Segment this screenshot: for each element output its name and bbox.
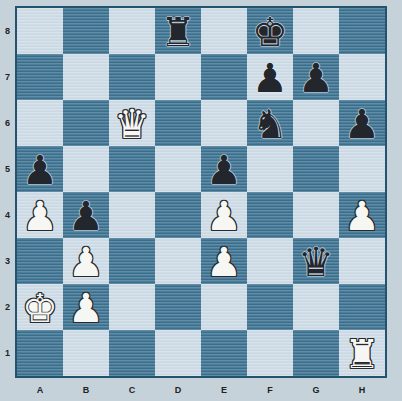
square-e7[interactable] [201,54,247,100]
square-h3[interactable] [339,238,385,284]
white-pawn: ♟ [344,196,380,236]
square-c3[interactable] [109,238,155,284]
file-label-d: D [155,380,201,400]
white-pawn: ♟ [206,196,242,236]
square-b2[interactable]: ♟ [63,284,109,330]
file-label-b: B [63,380,109,400]
rank-label-2: 2 [0,284,15,330]
rank-label-8: 8 [0,8,15,54]
square-h7[interactable] [339,54,385,100]
square-a4[interactable]: ♟ [17,192,63,238]
square-f5[interactable] [247,146,293,192]
white-pawn: ♟ [22,196,58,236]
black-pawn: ♟ [206,150,242,190]
square-e4[interactable]: ♟ [201,192,247,238]
white-king: ♚ [22,288,58,328]
rank-label-6: 6 [0,100,15,146]
file-label-c: C [109,380,155,400]
black-pawn: ♟ [68,196,104,236]
rank-label-1: 1 [0,330,15,376]
square-g3[interactable]: ♛ [293,238,339,284]
file-label-g: G [293,380,339,400]
file-label-h: H [339,380,385,400]
chess-board: ♜♚♟♟♛♞♟♟♟♟♟♟♟♟♟♛♚♟♜ [17,8,385,376]
square-c6[interactable]: ♛ [109,100,155,146]
square-d3[interactable] [155,238,201,284]
square-g6[interactable] [293,100,339,146]
square-e2[interactable] [201,284,247,330]
square-c7[interactable] [109,54,155,100]
square-a1[interactable] [17,330,63,376]
rank-label-5: 5 [0,146,15,192]
square-g8[interactable] [293,8,339,54]
square-c2[interactable] [109,284,155,330]
chess-diagram: 87654321 ♜♚♟♟♛♞♟♟♟♟♟♟♟♟♟♛♚♟♜ ABCDEFGH [0,0,402,401]
square-b8[interactable] [63,8,109,54]
square-e3[interactable]: ♟ [201,238,247,284]
square-b4[interactable]: ♟ [63,192,109,238]
square-d2[interactable] [155,284,201,330]
square-g5[interactable] [293,146,339,192]
square-a3[interactable] [17,238,63,284]
square-f3[interactable] [247,238,293,284]
square-f4[interactable] [247,192,293,238]
black-pawn: ♟ [22,150,58,190]
square-h5[interactable] [339,146,385,192]
black-king: ♚ [252,12,288,52]
square-f7[interactable]: ♟ [247,54,293,100]
square-f1[interactable] [247,330,293,376]
square-e8[interactable] [201,8,247,54]
black-queen: ♛ [298,242,334,282]
square-d5[interactable] [155,146,201,192]
black-pawn: ♟ [298,58,334,98]
square-c5[interactable] [109,146,155,192]
square-h6[interactable]: ♟ [339,100,385,146]
square-h4[interactable]: ♟ [339,192,385,238]
square-h8[interactable] [339,8,385,54]
square-d8[interactable]: ♜ [155,8,201,54]
square-h2[interactable] [339,284,385,330]
black-rook: ♜ [160,12,196,52]
square-h1[interactable]: ♜ [339,330,385,376]
square-a7[interactable] [17,54,63,100]
white-rook: ♜ [344,334,380,374]
file-labels: ABCDEFGH [17,380,385,400]
square-a5[interactable]: ♟ [17,146,63,192]
black-knight: ♞ [252,104,288,144]
rank-label-4: 4 [0,192,15,238]
square-g7[interactable]: ♟ [293,54,339,100]
square-c1[interactable] [109,330,155,376]
rank-label-3: 3 [0,238,15,284]
file-label-e: E [201,380,247,400]
board-frame: ♜♚♟♟♛♞♟♟♟♟♟♟♟♟♟♛♚♟♜ [15,6,387,378]
square-d7[interactable] [155,54,201,100]
square-g4[interactable] [293,192,339,238]
black-pawn: ♟ [344,104,380,144]
white-pawn: ♟ [206,242,242,282]
square-b6[interactable] [63,100,109,146]
white-pawn: ♟ [68,242,104,282]
rank-labels: 87654321 [0,8,15,376]
square-e5[interactable]: ♟ [201,146,247,192]
square-a2[interactable]: ♚ [17,284,63,330]
white-pawn: ♟ [68,288,104,328]
square-f6[interactable]: ♞ [247,100,293,146]
file-label-a: A [17,380,63,400]
white-queen: ♛ [114,104,150,144]
rank-label-7: 7 [0,54,15,100]
square-a6[interactable] [17,100,63,146]
square-d6[interactable] [155,100,201,146]
square-c4[interactable] [109,192,155,238]
square-g1[interactable] [293,330,339,376]
square-f2[interactable] [247,284,293,330]
square-d1[interactable] [155,330,201,376]
square-e6[interactable] [201,100,247,146]
square-b5[interactable] [63,146,109,192]
square-f8[interactable]: ♚ [247,8,293,54]
square-e1[interactable] [201,330,247,376]
square-b7[interactable] [63,54,109,100]
file-label-f: F [247,380,293,400]
square-a8[interactable] [17,8,63,54]
black-pawn: ♟ [252,58,288,98]
square-g2[interactable] [293,284,339,330]
square-b1[interactable] [63,330,109,376]
square-b3[interactable]: ♟ [63,238,109,284]
square-d4[interactable] [155,192,201,238]
square-c8[interactable] [109,8,155,54]
